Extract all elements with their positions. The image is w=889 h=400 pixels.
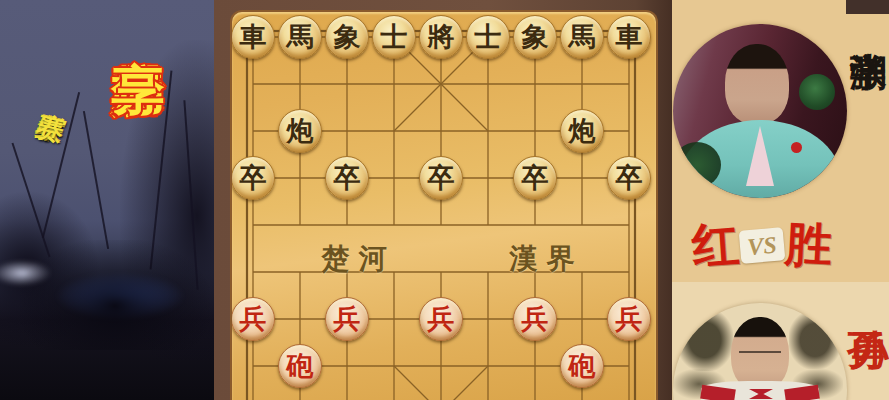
piece-red-砲[interactable]: 砲 <box>560 344 604 388</box>
piece-black-馬[interactable]: 馬 <box>560 15 604 59</box>
piece-black-士[interactable]: 士 <box>372 15 416 59</box>
plant-silhouette <box>673 142 721 188</box>
vs-badge-text: VS <box>746 232 777 258</box>
piece-red-兵[interactable]: 兵 <box>419 297 463 341</box>
piece-black-馬[interactable]: 馬 <box>278 15 322 59</box>
piece-red-兵[interactable]: 兵 <box>232 297 275 341</box>
piece-red-兵[interactable]: 兵 <box>325 297 369 341</box>
vs-badge: VS <box>739 227 786 264</box>
versus-right-char: 胜 <box>784 220 833 269</box>
tree-silhouette <box>20 240 210 350</box>
piece-black-車[interactable]: 車 <box>607 15 651 59</box>
piece-black-卒[interactable]: 卒 <box>325 156 369 200</box>
corner-dark-bar <box>846 0 889 14</box>
piece-black-象[interactable]: 象 <box>325 15 369 59</box>
player-head <box>725 44 789 124</box>
piece-black-象[interactable]: 象 <box>513 15 557 59</box>
piece-black-卒[interactable]: 卒 <box>419 156 463 200</box>
versus-banner: 红 VS 胜 <box>680 216 844 274</box>
glasses <box>739 351 781 361</box>
pink-shirt <box>746 126 774 186</box>
right-players-panel: 张学潮 红 VS 胜 孙勇 <box>672 0 889 400</box>
piece-red-兵[interactable]: 兵 <box>513 297 557 341</box>
piece-black-士[interactable]: 士 <box>466 15 510 59</box>
piece-black-卒[interactable]: 卒 <box>513 156 557 200</box>
piece-black-炮[interactable]: 炮 <box>560 109 604 153</box>
piece-black-卒[interactable]: 卒 <box>607 156 651 200</box>
pieces-layer: 車馬象士將士象馬車炮炮卒卒卒卒卒兵兵兵兵兵砲砲 <box>232 12 656 400</box>
piece-black-車[interactable]: 車 <box>232 15 275 59</box>
lapel-badge <box>791 142 802 153</box>
piece-black-炮[interactable]: 炮 <box>278 109 322 153</box>
backdrop-logo-icon <box>799 74 835 110</box>
left-photo-panel: 名家妙局分享 2018年象甲联赛 <box>0 0 214 400</box>
board-region: 楚河 漢界 車馬象士將士象馬車炮炮卒卒卒卒卒兵兵兵兵兵砲砲 <box>214 0 672 400</box>
versus-left-char: 红 <box>690 220 740 270</box>
thumbnail-canvas: 名家妙局分享 2018年象甲联赛 <box>0 0 889 400</box>
piece-red-砲[interactable]: 砲 <box>278 344 322 388</box>
piece-black-將[interactable]: 將 <box>419 15 463 59</box>
top-player-photo <box>673 24 847 198</box>
xiangqi-board: 楚河 漢界 車馬象士將士象馬車炮炮卒卒卒卒卒兵兵兵兵兵砲砲 <box>232 12 656 400</box>
piece-black-卒[interactable]: 卒 <box>232 156 275 200</box>
piece-red-兵[interactable]: 兵 <box>607 297 651 341</box>
